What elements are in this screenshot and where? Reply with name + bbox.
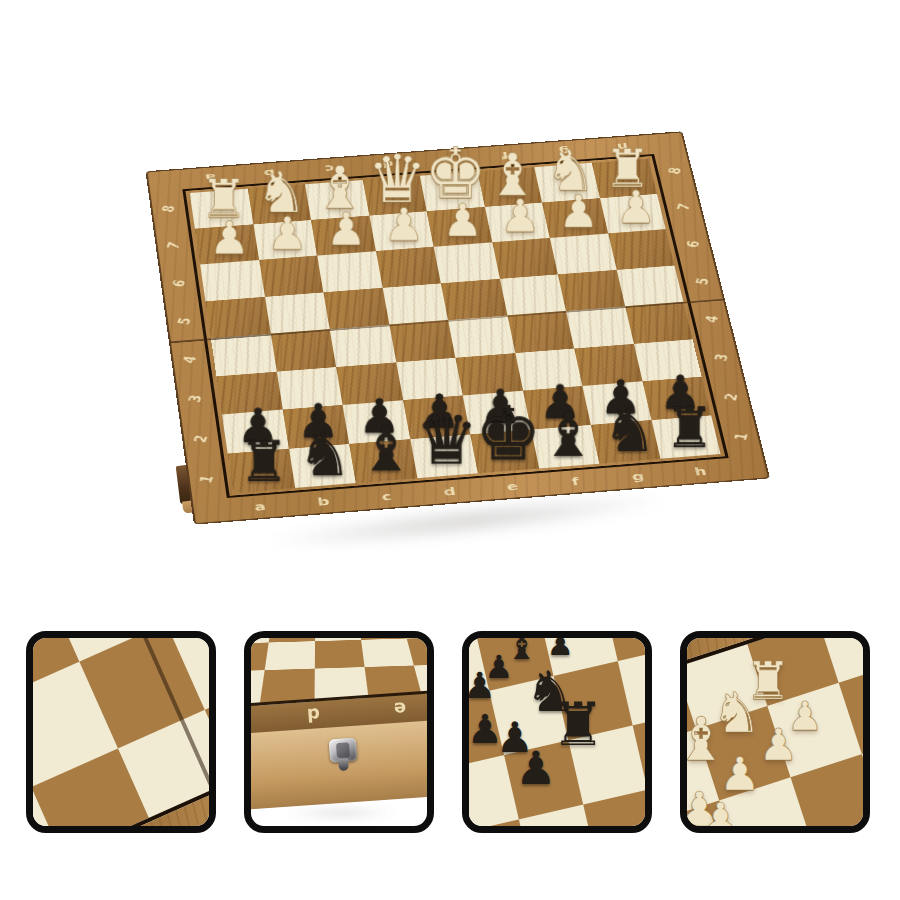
square-f4: [507, 311, 574, 353]
piece-black-bishop: ♝: [541, 405, 596, 464]
square-a1: ♜: [228, 448, 295, 492]
square-g6: [550, 234, 616, 275]
square-c7: ♟: [311, 215, 375, 255]
rank-frame-band: 321: [462, 825, 652, 833]
piece-white-pawn: ♟: [267, 213, 308, 256]
square-b5: [264, 292, 329, 334]
metal-clasp-icon: [328, 738, 357, 763]
file-label: b: [290, 490, 356, 513]
piece-black-bishop: ♝: [358, 420, 414, 479]
chess-board: abcdefgh abcdefgh 87654321 87654321 ♜♞♝♛…: [146, 131, 771, 524]
piece-black-knight: ♞: [298, 427, 352, 484]
piece-black-pawn: ♟: [547, 631, 574, 660]
piece-white-pawn: ♟: [699, 796, 742, 833]
square-b6: [259, 256, 324, 297]
square-e7: ♟: [427, 207, 492, 247]
file-label: a: [227, 495, 293, 518]
thumbnail-black-pieces[interactable]: a 321 ♟♟♝♟♞♟♟♜♟: [462, 631, 652, 833]
file-label: e: [479, 475, 545, 497]
piece-black-knight: ♞: [603, 403, 656, 460]
file-label: d: [416, 480, 482, 502]
square-a4: [211, 334, 276, 376]
square-d6: [375, 247, 440, 288]
square-b4: [270, 329, 336, 371]
piece-black-rook: ♜: [239, 435, 289, 488]
piece-white-pawn: ♟: [759, 723, 798, 767]
square-b7: ♟: [253, 220, 317, 260]
square-c4: [330, 325, 396, 367]
piece-black-queen: ♛: [416, 407, 479, 474]
file-label: e: [393, 698, 407, 720]
square-g5: [558, 270, 625, 311]
main-product-photo[interactable]: abcdefgh abcdefgh 87654321 87654321 ♜♞♝♛…: [0, 0, 900, 615]
board-corner-scene: 654: [26, 631, 216, 833]
square-d1: ♛: [410, 434, 478, 478]
square-f7: ♟: [484, 202, 549, 242]
piece-white-pawn: ♟: [558, 191, 599, 234]
square-g7: ♟: [542, 198, 608, 238]
square-e1: ♚: [470, 429, 538, 473]
file-label: d: [307, 704, 321, 726]
square-h1: ♜: [651, 415, 721, 459]
piece-white-pawn: ♟: [500, 195, 541, 238]
square-c6: [317, 251, 382, 292]
square-d5: [382, 283, 448, 324]
piece-black-rook: ♜: [665, 402, 715, 455]
square-e4: [448, 315, 515, 357]
square-c5: [323, 288, 389, 330]
thumbnail-folded-clasp[interactable]: de: [244, 631, 434, 833]
square-g1: ♞: [591, 420, 660, 464]
rank-label: 5: [670, 269, 735, 293]
piece-white-pawn: ♟: [384, 204, 425, 247]
piece-black-king: ♚: [475, 398, 542, 468]
thumbnail-white-pieces[interactable]: g 87 ♝♞♜♟♟♟♟♟: [680, 631, 870, 833]
piece-black-pawn: ♟: [515, 745, 556, 791]
square-h4: [625, 302, 693, 344]
thumbnail-gallery: 654 de a 321 ♟♟♝♟♞♟♟♜♟ g 87 ♝♞♜♟♟♟♟♟: [26, 631, 870, 833]
square-b1: ♞: [288, 444, 355, 488]
thumbnail-board-corner[interactable]: 654: [26, 631, 216, 833]
file-label: f: [542, 470, 608, 492]
rank-label: 7: [652, 195, 716, 218]
square-g4: [566, 306, 633, 348]
square-d7: ♟: [369, 211, 434, 251]
piece-white-pawn: ♟: [442, 200, 483, 243]
square-f5: [499, 274, 566, 315]
file-label: h: [667, 460, 734, 482]
box-side-face: [244, 718, 434, 810]
board-pinstripe-border: ♜♞♝♛♚♝♞♜♟♟♟♟♟♟♟♟♟♟♟♟♟♟♟♟♜♞♝♛♚♝♞♜: [182, 154, 728, 498]
square-c1: ♝: [349, 439, 417, 483]
square-f6: [492, 238, 558, 279]
file-label: g: [604, 465, 670, 487]
square-d4: [389, 320, 455, 362]
playing-area: ♜♞♝♛♚♝♞♜♟♟♟♟♟♟♟♟♟♟♟♟♟♟♟♟♜♞♝♛♚♝♞♜: [190, 159, 721, 493]
piece-white-pawn: ♟: [719, 751, 760, 797]
box-shadow: [261, 806, 421, 820]
piece-white-pawn: ♟: [326, 209, 367, 252]
piece-white-rook: ♜: [745, 655, 792, 707]
rank-label: 4: [679, 307, 744, 332]
square-e5: [441, 279, 507, 320]
file-label: c: [353, 485, 419, 507]
piece-white-pawn: ♟: [616, 187, 656, 230]
piece-black-rook: ♜: [551, 694, 605, 754]
piece-white-pawn: ♟: [209, 217, 250, 260]
square-e6: [434, 242, 500, 283]
